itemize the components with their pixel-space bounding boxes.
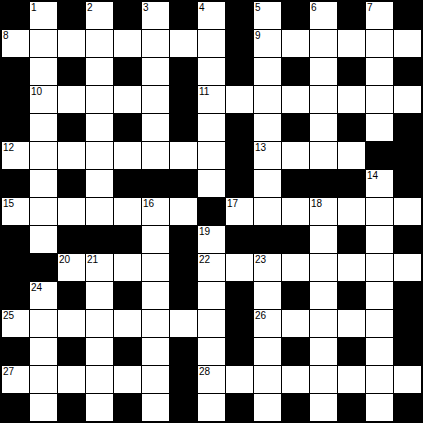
letter-cell-r9c7[interactable]: 22 bbox=[198, 254, 225, 281]
blocked-cell-r4c14 bbox=[394, 114, 421, 141]
letter-cell-r2c5[interactable] bbox=[142, 58, 169, 85]
blocked-cell-r2c2 bbox=[58, 58, 85, 85]
letter-cell-r7c8[interactable]: 17 bbox=[226, 198, 253, 225]
letter-cell-r12c7[interactable] bbox=[198, 338, 225, 365]
letter-cell-r2c3[interactable] bbox=[86, 58, 113, 85]
clue-number-7: 7 bbox=[367, 2, 373, 13]
letter-cell-r13c13[interactable] bbox=[366, 366, 393, 393]
blocked-cell-r2c10 bbox=[282, 58, 309, 85]
letter-cell-r1c1[interactable] bbox=[30, 30, 57, 57]
letter-cell-r3c1[interactable]: 10 bbox=[30, 86, 57, 113]
letter-cell-r9c5[interactable] bbox=[142, 254, 169, 281]
blocked-cell-r0c0 bbox=[2, 2, 29, 29]
blocked-cell-r9c1 bbox=[30, 254, 57, 281]
letter-cell-r3c14[interactable] bbox=[394, 86, 421, 113]
blocked-cell-r4c12 bbox=[338, 114, 365, 141]
letter-cell-r11c4[interactable] bbox=[114, 310, 141, 337]
letter-cell-r10c13[interactable] bbox=[366, 282, 393, 309]
letter-cell-r10c11[interactable] bbox=[310, 282, 337, 309]
letter-cell-r13c8[interactable] bbox=[226, 366, 253, 393]
clue-number-16: 16 bbox=[143, 198, 154, 209]
letter-cell-r10c5[interactable] bbox=[142, 282, 169, 309]
blocked-cell-r10c12 bbox=[338, 282, 365, 309]
blocked-cell-r2c12 bbox=[338, 58, 365, 85]
letter-cell-r2c7[interactable] bbox=[198, 58, 225, 85]
clue-number-4: 4 bbox=[199, 2, 205, 13]
blocked-cell-r10c14 bbox=[394, 282, 421, 309]
letter-cell-r9c8[interactable] bbox=[226, 254, 253, 281]
letter-cell-r14c11[interactable] bbox=[310, 394, 337, 421]
letter-cell-r4c7[interactable] bbox=[198, 114, 225, 141]
blocked-cell-r13c6 bbox=[170, 366, 197, 393]
blocked-cell-r8c0 bbox=[2, 226, 29, 253]
clue-number-21: 21 bbox=[87, 254, 98, 265]
blocked-cell-r3c0 bbox=[2, 86, 29, 113]
letter-cell-r3c4[interactable] bbox=[114, 86, 141, 113]
letter-cell-r9c4[interactable] bbox=[114, 254, 141, 281]
letter-cell-r10c3[interactable] bbox=[86, 282, 113, 309]
blocked-cell-r4c10 bbox=[282, 114, 309, 141]
blocked-cell-r2c4 bbox=[114, 58, 141, 85]
letter-cell-r12c1[interactable] bbox=[30, 338, 57, 365]
letter-cell-r14c13[interactable] bbox=[366, 394, 393, 421]
letter-cell-r7c6[interactable] bbox=[170, 198, 197, 225]
clue-number-26: 26 bbox=[255, 310, 266, 321]
letter-cell-r13c5[interactable] bbox=[142, 366, 169, 393]
letter-cell-r13c2[interactable] bbox=[58, 366, 85, 393]
letter-cell-r9c10[interactable] bbox=[282, 254, 309, 281]
letter-cell-r3c5[interactable] bbox=[142, 86, 169, 113]
blocked-cell-r10c4 bbox=[114, 282, 141, 309]
blocked-cell-r8c10 bbox=[282, 226, 309, 253]
blocked-cell-r6c4 bbox=[114, 170, 141, 197]
blocked-cell-r1c8 bbox=[226, 30, 253, 57]
blocked-cell-r6c8 bbox=[226, 170, 253, 197]
letter-cell-r6c13[interactable]: 14 bbox=[366, 170, 393, 197]
letter-cell-r11c11[interactable] bbox=[310, 310, 337, 337]
letter-cell-r2c11[interactable] bbox=[310, 58, 337, 85]
blocked-cell-r2c0 bbox=[2, 58, 29, 85]
letter-cell-r6c7[interactable] bbox=[198, 170, 225, 197]
blocked-cell-r14c2 bbox=[58, 394, 85, 421]
letter-cell-r1c11[interactable] bbox=[310, 30, 337, 57]
blocked-cell-r0c12 bbox=[338, 2, 365, 29]
letter-cell-r7c1[interactable] bbox=[30, 198, 57, 225]
letter-cell-r8c1[interactable] bbox=[30, 226, 57, 253]
letter-cell-r3c7[interactable]: 11 bbox=[198, 86, 225, 113]
clue-number-28: 28 bbox=[199, 366, 210, 377]
letter-cell-r9c13[interactable] bbox=[366, 254, 393, 281]
letter-cell-r7c4[interactable] bbox=[114, 198, 141, 225]
letter-cell-r6c9[interactable] bbox=[254, 170, 281, 197]
letter-cell-r8c11[interactable] bbox=[310, 226, 337, 253]
letter-cell-r7c10[interactable] bbox=[282, 198, 309, 225]
letter-cell-r1c9[interactable]: 9 bbox=[254, 30, 281, 57]
letter-cell-r11c10[interactable] bbox=[282, 310, 309, 337]
letter-cell-r4c5[interactable] bbox=[142, 114, 169, 141]
clue-number-3: 3 bbox=[143, 2, 149, 13]
clue-number-5: 5 bbox=[255, 2, 261, 13]
blocked-cell-r8c6 bbox=[170, 226, 197, 253]
blocked-cell-r12c14 bbox=[394, 338, 421, 365]
letter-cell-r9c11[interactable] bbox=[310, 254, 337, 281]
blocked-cell-r4c0 bbox=[2, 114, 29, 141]
blocked-cell-r8c4 bbox=[114, 226, 141, 253]
blocked-cell-r2c8 bbox=[226, 58, 253, 85]
blocked-cell-r8c12 bbox=[338, 226, 365, 253]
letter-cell-r10c7[interactable] bbox=[198, 282, 225, 309]
letter-cell-r12c13[interactable] bbox=[366, 338, 393, 365]
letter-cell-r14c7[interactable] bbox=[198, 394, 225, 421]
letter-cell-r0c7[interactable]: 4 bbox=[198, 2, 225, 29]
blocked-cell-r8c9 bbox=[254, 226, 281, 253]
clue-number-8: 8 bbox=[3, 30, 9, 41]
letter-cell-r3c3[interactable] bbox=[86, 86, 113, 113]
blocked-cell-r5c8 bbox=[226, 142, 253, 169]
letter-cell-r13c11[interactable] bbox=[310, 366, 337, 393]
letter-cell-r11c13[interactable] bbox=[366, 310, 393, 337]
letter-cell-r0c5[interactable]: 3 bbox=[142, 2, 169, 29]
blocked-cell-r6c10 bbox=[282, 170, 309, 197]
blocked-cell-r10c0 bbox=[2, 282, 29, 309]
blocked-cell-r4c6 bbox=[170, 114, 197, 141]
letter-cell-r9c2[interactable]: 20 bbox=[58, 254, 85, 281]
letter-cell-r14c9[interactable] bbox=[254, 394, 281, 421]
letter-cell-r11c6[interactable] bbox=[170, 310, 197, 337]
letter-cell-r9c14[interactable] bbox=[394, 254, 421, 281]
letter-cell-r1c14[interactable] bbox=[394, 30, 421, 57]
letter-cell-r7c9[interactable] bbox=[254, 198, 281, 225]
letter-cell-r11c2[interactable] bbox=[58, 310, 85, 337]
letter-cell-r7c2[interactable] bbox=[58, 198, 85, 225]
blocked-cell-r14c0 bbox=[2, 394, 29, 421]
letter-cell-r5c11[interactable] bbox=[310, 142, 337, 169]
clue-number-23: 23 bbox=[255, 254, 266, 265]
clue-number-18: 18 bbox=[311, 198, 322, 209]
letter-cell-r0c3[interactable]: 2 bbox=[86, 2, 113, 29]
clue-number-9: 9 bbox=[255, 30, 261, 41]
letter-cell-r3c11[interactable] bbox=[310, 86, 337, 113]
letter-cell-r3c9[interactable] bbox=[254, 86, 281, 113]
clue-number-2: 2 bbox=[87, 2, 93, 13]
letter-cell-r13c10[interactable] bbox=[282, 366, 309, 393]
letter-cell-r1c5[interactable] bbox=[142, 30, 169, 57]
clue-number-6: 6 bbox=[311, 2, 317, 13]
letter-cell-r12c5[interactable] bbox=[142, 338, 169, 365]
clue-number-1: 1 bbox=[31, 2, 37, 13]
letter-cell-r11c7[interactable] bbox=[198, 310, 225, 337]
letter-cell-r7c12[interactable] bbox=[338, 198, 365, 225]
blocked-cell-r6c12 bbox=[338, 170, 365, 197]
clue-number-24: 24 bbox=[31, 282, 42, 293]
letter-cell-r2c1[interactable] bbox=[30, 58, 57, 85]
blocked-cell-r6c0 bbox=[2, 170, 29, 197]
clue-number-22: 22 bbox=[199, 254, 210, 265]
letter-cell-r4c3[interactable] bbox=[86, 114, 113, 141]
letter-cell-r5c12[interactable] bbox=[338, 142, 365, 169]
letter-cell-r7c11[interactable]: 18 bbox=[310, 198, 337, 225]
clue-number-11: 11 bbox=[199, 86, 209, 97]
blocked-cell-r12c12 bbox=[338, 338, 365, 365]
letter-cell-r5c10[interactable] bbox=[282, 142, 309, 169]
letter-cell-r13c14[interactable] bbox=[394, 366, 421, 393]
blocked-cell-r9c6 bbox=[170, 254, 197, 281]
letter-cell-r12c9[interactable] bbox=[254, 338, 281, 365]
letter-cell-r14c1[interactable] bbox=[30, 394, 57, 421]
letter-cell-r13c9[interactable] bbox=[254, 366, 281, 393]
letter-cell-r4c11[interactable] bbox=[310, 114, 337, 141]
letter-cell-r11c5[interactable] bbox=[142, 310, 169, 337]
letter-cell-r6c3[interactable] bbox=[86, 170, 113, 197]
blocked-cell-r8c14 bbox=[394, 226, 421, 253]
letter-cell-r4c13[interactable] bbox=[366, 114, 393, 141]
letter-cell-r5c2[interactable] bbox=[58, 142, 85, 169]
letter-cell-r5c3[interactable] bbox=[86, 142, 113, 169]
letter-cell-r1c3[interactable] bbox=[86, 30, 113, 57]
letter-cell-r3c2[interactable] bbox=[58, 86, 85, 113]
clue-number-20: 20 bbox=[59, 254, 70, 265]
blocked-cell-r12c6 bbox=[170, 338, 197, 365]
clue-number-19: 19 bbox=[199, 226, 210, 237]
letter-cell-r2c13[interactable] bbox=[366, 58, 393, 85]
letter-cell-r1c0[interactable]: 8 bbox=[2, 30, 29, 57]
blocked-cell-r2c14 bbox=[394, 58, 421, 85]
letter-cell-r12c11[interactable] bbox=[310, 338, 337, 365]
letter-cell-r9c3[interactable]: 21 bbox=[86, 254, 113, 281]
letter-cell-r7c13[interactable] bbox=[366, 198, 393, 225]
letter-cell-r3c13[interactable] bbox=[366, 86, 393, 113]
blocked-cell-r10c10 bbox=[282, 282, 309, 309]
letter-cell-r5c1[interactable] bbox=[30, 142, 57, 169]
letter-cell-r3c10[interactable] bbox=[282, 86, 309, 113]
letter-cell-r11c0[interactable]: 25 bbox=[2, 310, 29, 337]
letter-cell-r13c7[interactable]: 28 bbox=[198, 366, 225, 393]
letter-cell-r1c12[interactable] bbox=[338, 30, 365, 57]
blocked-cell-r2c6 bbox=[170, 58, 197, 85]
blocked-cell-r6c5 bbox=[142, 170, 169, 197]
blocked-cell-r0c6 bbox=[170, 2, 197, 29]
blocked-cell-r9c0 bbox=[2, 254, 29, 281]
blocked-cell-r8c2 bbox=[58, 226, 85, 253]
blocked-cell-r5c13 bbox=[366, 142, 393, 169]
letter-cell-r8c5[interactable] bbox=[142, 226, 169, 253]
letter-cell-r3c8[interactable] bbox=[226, 86, 253, 113]
letter-cell-r4c9[interactable] bbox=[254, 114, 281, 141]
blocked-cell-r11c8 bbox=[226, 310, 253, 337]
letter-cell-r0c13[interactable]: 7 bbox=[366, 2, 393, 29]
letter-cell-r10c1[interactable]: 24 bbox=[30, 282, 57, 309]
letter-cell-r14c5[interactable] bbox=[142, 394, 169, 421]
clue-number-27: 27 bbox=[3, 366, 14, 377]
letter-cell-r0c1[interactable]: 1 bbox=[30, 2, 57, 29]
letter-cell-r8c7[interactable]: 19 bbox=[198, 226, 225, 253]
letter-cell-r11c1[interactable] bbox=[30, 310, 57, 337]
clue-number-10: 10 bbox=[31, 86, 42, 97]
blocked-cell-r11c14 bbox=[394, 310, 421, 337]
blocked-cell-r14c8 bbox=[226, 394, 253, 421]
blocked-cell-r8c3 bbox=[86, 226, 113, 253]
letter-cell-r8c13[interactable] bbox=[366, 226, 393, 253]
letter-cell-r5c6[interactable] bbox=[170, 142, 197, 169]
blocked-cell-r10c6 bbox=[170, 282, 197, 309]
blocked-cell-r14c10 bbox=[282, 394, 309, 421]
letter-cell-r1c2[interactable] bbox=[58, 30, 85, 57]
blocked-cell-r14c4 bbox=[114, 394, 141, 421]
blocked-cell-r12c2 bbox=[58, 338, 85, 365]
letter-cell-r11c9[interactable]: 26 bbox=[254, 310, 281, 337]
blocked-cell-r12c4 bbox=[114, 338, 141, 365]
letter-cell-r1c10[interactable] bbox=[282, 30, 309, 57]
letter-cell-r7c0[interactable]: 15 bbox=[2, 198, 29, 225]
blocked-cell-r4c8 bbox=[226, 114, 253, 141]
blocked-cell-r14c12 bbox=[338, 394, 365, 421]
letter-cell-r9c12[interactable] bbox=[338, 254, 365, 281]
blocked-cell-r3c6 bbox=[170, 86, 197, 113]
letter-cell-r5c0[interactable]: 12 bbox=[2, 142, 29, 169]
blocked-cell-r0c2 bbox=[58, 2, 85, 29]
letter-cell-r5c9[interactable]: 13 bbox=[254, 142, 281, 169]
letter-cell-r13c1[interactable] bbox=[30, 366, 57, 393]
letter-cell-r1c13[interactable] bbox=[366, 30, 393, 57]
letter-cell-r9c9[interactable]: 23 bbox=[254, 254, 281, 281]
letter-cell-r13c3[interactable] bbox=[86, 366, 113, 393]
letter-cell-r6c1[interactable] bbox=[30, 170, 57, 197]
blocked-cell-r14c14 bbox=[394, 394, 421, 421]
letter-cell-r7c14[interactable] bbox=[394, 198, 421, 225]
blocked-cell-r6c2 bbox=[58, 170, 85, 197]
letter-cell-r11c12[interactable] bbox=[338, 310, 365, 337]
letter-cell-r11c3[interactable] bbox=[86, 310, 113, 337]
clue-number-13: 13 bbox=[255, 142, 266, 153]
blocked-cell-r4c4 bbox=[114, 114, 141, 141]
letter-cell-r14c3[interactable] bbox=[86, 394, 113, 421]
blocked-cell-r0c14 bbox=[394, 2, 421, 29]
letter-cell-r7c5[interactable]: 16 bbox=[142, 198, 169, 225]
letter-cell-r13c4[interactable] bbox=[114, 366, 141, 393]
letter-cell-r7c3[interactable] bbox=[86, 198, 113, 225]
blocked-cell-r12c10 bbox=[282, 338, 309, 365]
clue-number-14: 14 bbox=[367, 170, 378, 181]
clue-number-17: 17 bbox=[227, 198, 238, 209]
blocked-cell-r8c8 bbox=[226, 226, 253, 253]
blocked-cell-r6c11 bbox=[310, 170, 337, 197]
blocked-cell-r7c7 bbox=[198, 198, 225, 225]
clue-number-25: 25 bbox=[3, 310, 14, 321]
letter-cell-r1c6[interactable] bbox=[170, 30, 197, 57]
letter-cell-r1c4[interactable] bbox=[114, 30, 141, 57]
blocked-cell-r0c10 bbox=[282, 2, 309, 29]
blocked-cell-r12c0 bbox=[2, 338, 29, 365]
letter-cell-r5c7[interactable] bbox=[198, 142, 225, 169]
letter-cell-r0c9[interactable]: 5 bbox=[254, 2, 281, 29]
blocked-cell-r12c8 bbox=[226, 338, 253, 365]
blocked-cell-r4c2 bbox=[58, 114, 85, 141]
crossword-grid: 1234567891011121314151617181920212223242… bbox=[0, 0, 423, 423]
letter-cell-r12c3[interactable] bbox=[86, 338, 113, 365]
letter-cell-r13c12[interactable] bbox=[338, 366, 365, 393]
letter-cell-r10c9[interactable] bbox=[254, 282, 281, 309]
letter-cell-r3c12[interactable] bbox=[338, 86, 365, 113]
blocked-cell-r14c6 bbox=[170, 394, 197, 421]
blocked-cell-r5c14 bbox=[394, 142, 421, 169]
letter-cell-r5c5[interactable] bbox=[142, 142, 169, 169]
clue-number-15: 15 bbox=[3, 198, 14, 209]
letter-cell-r0c11[interactable]: 6 bbox=[310, 2, 337, 29]
clue-number-12: 12 bbox=[3, 142, 14, 153]
blocked-cell-r6c14 bbox=[394, 170, 421, 197]
blocked-cell-r6c6 bbox=[170, 170, 197, 197]
letter-cell-r2c9[interactable] bbox=[254, 58, 281, 85]
blocked-cell-r10c8 bbox=[226, 282, 253, 309]
blocked-cell-r0c4 bbox=[114, 2, 141, 29]
letter-cell-r4c1[interactable] bbox=[30, 114, 57, 141]
letter-cell-r5c4[interactable] bbox=[114, 142, 141, 169]
blocked-cell-r0c8 bbox=[226, 2, 253, 29]
blocked-cell-r10c2 bbox=[58, 282, 85, 309]
letter-cell-r1c7[interactable] bbox=[198, 30, 225, 57]
letter-cell-r13c0[interactable]: 27 bbox=[2, 366, 29, 393]
